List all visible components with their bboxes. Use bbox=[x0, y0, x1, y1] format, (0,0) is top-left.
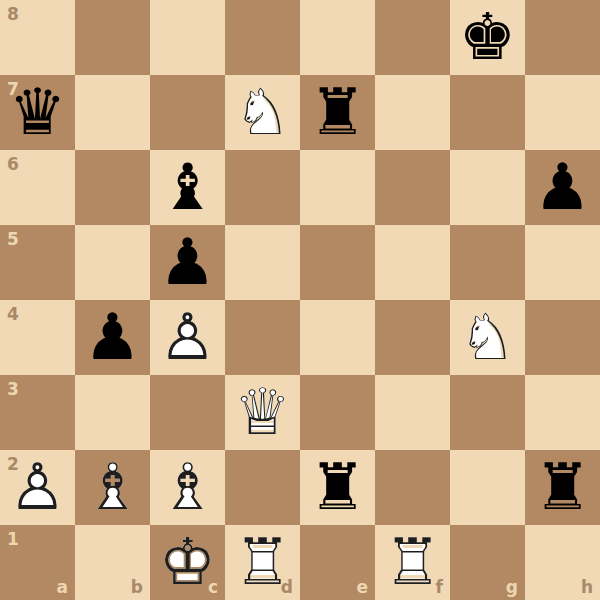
square-d7[interactable]: ♞♘ bbox=[225, 75, 300, 150]
square-c3[interactable] bbox=[150, 375, 225, 450]
square-d4[interactable] bbox=[225, 300, 300, 375]
white-knight-fill: ♞ bbox=[450, 300, 525, 375]
square-f8[interactable] bbox=[375, 0, 450, 75]
square-c5[interactable]: ♟ bbox=[150, 225, 225, 300]
piece-black-pawn[interactable]: ♟ bbox=[525, 150, 600, 225]
square-f3[interactable] bbox=[375, 375, 450, 450]
piece-black-queen[interactable]: ♛ bbox=[0, 75, 75, 150]
square-h6[interactable]: ♟ bbox=[525, 150, 600, 225]
piece-white-pawn[interactable]: ♟♙ bbox=[0, 450, 75, 525]
white-bishop-fill: ♝ bbox=[75, 450, 150, 525]
square-h8[interactable] bbox=[525, 0, 600, 75]
square-d6[interactable] bbox=[225, 150, 300, 225]
square-d3[interactable]: ♛♕ bbox=[225, 375, 300, 450]
piece-black-pawn[interactable]: ♟ bbox=[75, 300, 150, 375]
white-knight-outline: ♘ bbox=[450, 300, 525, 375]
square-d8[interactable] bbox=[225, 0, 300, 75]
square-e6[interactable] bbox=[300, 150, 375, 225]
white-queen-outline: ♕ bbox=[225, 375, 300, 450]
piece-white-king[interactable]: ♚♔ bbox=[150, 525, 225, 600]
square-g4[interactable]: ♞♘ bbox=[450, 300, 525, 375]
rank-label-4: 4 bbox=[7, 306, 19, 323]
rank-label-5: 5 bbox=[7, 231, 19, 248]
black-rook-glyph: ♜ bbox=[300, 75, 375, 150]
piece-black-rook[interactable]: ♜ bbox=[300, 450, 375, 525]
square-b5[interactable] bbox=[75, 225, 150, 300]
piece-black-bishop[interactable]: ♝ bbox=[150, 150, 225, 225]
square-e2[interactable]: ♜ bbox=[300, 450, 375, 525]
piece-black-rook[interactable]: ♜ bbox=[525, 450, 600, 525]
square-c8[interactable] bbox=[150, 0, 225, 75]
square-g6[interactable] bbox=[450, 150, 525, 225]
piece-black-pawn[interactable]: ♟ bbox=[150, 225, 225, 300]
square-a2[interactable]: 2♟♙ bbox=[0, 450, 75, 525]
piece-white-rook[interactable]: ♜♖ bbox=[225, 525, 300, 600]
piece-white-pawn[interactable]: ♟♙ bbox=[150, 300, 225, 375]
black-bishop-glyph: ♝ bbox=[150, 150, 225, 225]
square-f4[interactable] bbox=[375, 300, 450, 375]
white-pawn-outline: ♙ bbox=[150, 300, 225, 375]
piece-white-queen[interactable]: ♛♕ bbox=[225, 375, 300, 450]
square-e3[interactable] bbox=[300, 375, 375, 450]
white-rook-outline: ♖ bbox=[375, 525, 450, 600]
piece-white-rook[interactable]: ♜♖ bbox=[375, 525, 450, 600]
chess-board: 8♚7♛♞♘♜6♝♟5♟4♟♟♙♞♘3♛♕2♟♙♝♗♝♗♜♜1abc♚♔d♜♖e… bbox=[0, 0, 600, 600]
black-rook-glyph: ♜ bbox=[525, 450, 600, 525]
square-b8[interactable] bbox=[75, 0, 150, 75]
square-g3[interactable] bbox=[450, 375, 525, 450]
file-label-b: b bbox=[131, 579, 143, 596]
square-c1[interactable]: c♚♔ bbox=[150, 525, 225, 600]
rank-label-3: 3 bbox=[7, 381, 19, 398]
square-c6[interactable]: ♝ bbox=[150, 150, 225, 225]
white-bishop-outline: ♗ bbox=[150, 450, 225, 525]
square-f1[interactable]: f♜♖ bbox=[375, 525, 450, 600]
square-a6[interactable]: 6 bbox=[0, 150, 75, 225]
black-rook-glyph: ♜ bbox=[300, 450, 375, 525]
square-e7[interactable]: ♜ bbox=[300, 75, 375, 150]
black-pawn-glyph: ♟ bbox=[75, 300, 150, 375]
square-c2[interactable]: ♝♗ bbox=[150, 450, 225, 525]
square-f2[interactable] bbox=[375, 450, 450, 525]
square-a4[interactable]: 4 bbox=[0, 300, 75, 375]
square-h2[interactable]: ♜ bbox=[525, 450, 600, 525]
piece-white-knight[interactable]: ♞♘ bbox=[450, 300, 525, 375]
file-label-a: a bbox=[57, 579, 68, 596]
file-label-g: g bbox=[506, 579, 518, 596]
square-h1[interactable]: h bbox=[525, 525, 600, 600]
white-bishop-fill: ♝ bbox=[150, 450, 225, 525]
white-bishop-outline: ♗ bbox=[75, 450, 150, 525]
white-knight-outline: ♘ bbox=[225, 75, 300, 150]
square-b7[interactable] bbox=[75, 75, 150, 150]
square-h7[interactable] bbox=[525, 75, 600, 150]
white-knight-fill: ♞ bbox=[225, 75, 300, 150]
square-a3[interactable]: 3 bbox=[0, 375, 75, 450]
rank-label-1: 1 bbox=[7, 531, 19, 548]
square-a7[interactable]: 7♛ bbox=[0, 75, 75, 150]
white-king-outline: ♔ bbox=[150, 525, 225, 600]
square-h5[interactable] bbox=[525, 225, 600, 300]
square-f7[interactable] bbox=[375, 75, 450, 150]
black-pawn-glyph: ♟ bbox=[150, 225, 225, 300]
white-rook-fill: ♜ bbox=[375, 525, 450, 600]
square-h3[interactable] bbox=[525, 375, 600, 450]
file-label-e: e bbox=[356, 579, 368, 596]
square-a8[interactable]: 8 bbox=[0, 0, 75, 75]
square-f6[interactable] bbox=[375, 150, 450, 225]
rank-label-6: 6 bbox=[7, 156, 19, 173]
white-king-fill: ♚ bbox=[150, 525, 225, 600]
black-queen-glyph: ♛ bbox=[0, 75, 75, 150]
white-rook-outline: ♖ bbox=[225, 525, 300, 600]
piece-black-king[interactable]: ♚ bbox=[450, 0, 525, 75]
white-pawn-fill: ♟ bbox=[150, 300, 225, 375]
square-b4[interactable]: ♟ bbox=[75, 300, 150, 375]
white-rook-fill: ♜ bbox=[225, 525, 300, 600]
white-pawn-outline: ♙ bbox=[0, 450, 75, 525]
square-b1[interactable]: b bbox=[75, 525, 150, 600]
file-label-h: h bbox=[581, 579, 593, 596]
square-b3[interactable] bbox=[75, 375, 150, 450]
square-d5[interactable] bbox=[225, 225, 300, 300]
square-g2[interactable] bbox=[450, 450, 525, 525]
square-b6[interactable] bbox=[75, 150, 150, 225]
square-b2[interactable]: ♝♗ bbox=[75, 450, 150, 525]
piece-white-bishop[interactable]: ♝♗ bbox=[150, 450, 225, 525]
black-king-glyph: ♚ bbox=[450, 0, 525, 75]
piece-white-bishop[interactable]: ♝♗ bbox=[75, 450, 150, 525]
square-e4[interactable] bbox=[300, 300, 375, 375]
square-h4[interactable] bbox=[525, 300, 600, 375]
square-d1[interactable]: d♜♖ bbox=[225, 525, 300, 600]
black-pawn-glyph: ♟ bbox=[525, 150, 600, 225]
white-queen-fill: ♛ bbox=[225, 375, 300, 450]
square-c7[interactable] bbox=[150, 75, 225, 150]
square-e5[interactable] bbox=[300, 225, 375, 300]
square-f5[interactable] bbox=[375, 225, 450, 300]
square-d2[interactable] bbox=[225, 450, 300, 525]
square-a5[interactable]: 5 bbox=[0, 225, 75, 300]
square-g7[interactable] bbox=[450, 75, 525, 150]
rank-label-8: 8 bbox=[7, 6, 19, 23]
piece-black-rook[interactable]: ♜ bbox=[300, 75, 375, 150]
square-a1[interactable]: 1a bbox=[0, 525, 75, 600]
square-g5[interactable] bbox=[450, 225, 525, 300]
square-g1[interactable]: g bbox=[450, 525, 525, 600]
white-pawn-fill: ♟ bbox=[0, 450, 75, 525]
square-g8[interactable]: ♚ bbox=[450, 0, 525, 75]
square-e8[interactable] bbox=[300, 0, 375, 75]
piece-white-knight[interactable]: ♞♘ bbox=[225, 75, 300, 150]
square-c4[interactable]: ♟♙ bbox=[150, 300, 225, 375]
square-e1[interactable]: e bbox=[300, 525, 375, 600]
